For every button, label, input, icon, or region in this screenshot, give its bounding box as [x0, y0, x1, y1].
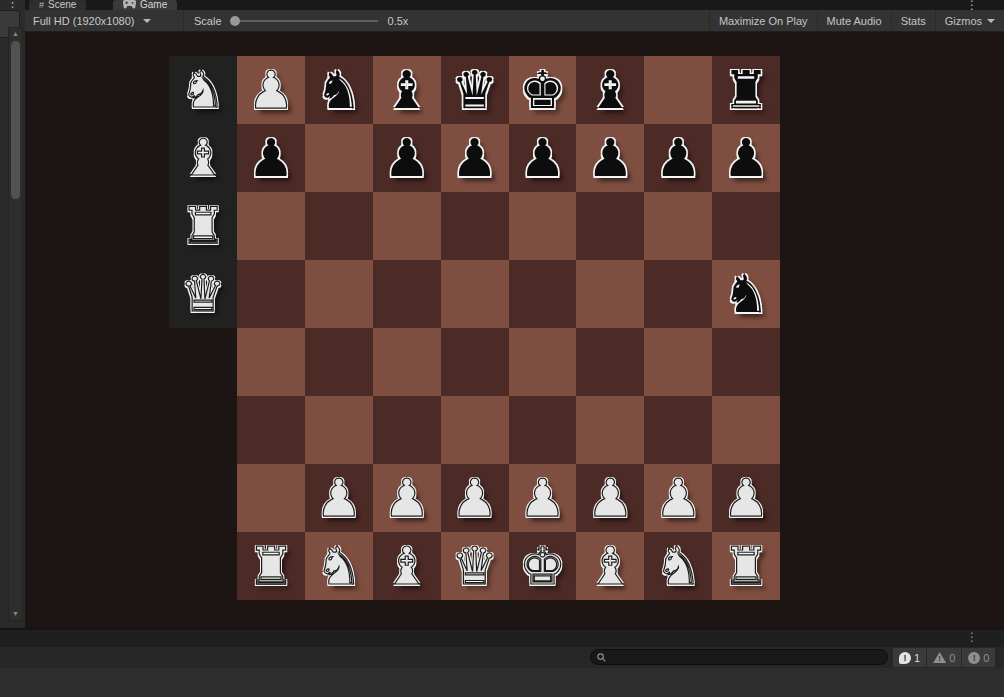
console-search-field[interactable] — [590, 649, 888, 665]
console-panel: ⋮ ! 1 ! 0 ! 0 — [0, 628, 1004, 697]
square-b8[interactable]: ♞ — [305, 56, 373, 124]
piece-white-pawn[interactable]: ♟ — [519, 472, 566, 524]
piece-black-pawn[interactable]: ♟ — [655, 132, 702, 184]
square-e6[interactable] — [509, 192, 577, 260]
square-h2[interactable]: ♟ — [712, 464, 780, 532]
search-input[interactable] — [610, 652, 881, 663]
square-g2[interactable]: ♟ — [644, 464, 712, 532]
square-e8[interactable]: ♚ — [509, 56, 577, 124]
game-view-toolbar: Full HD (1920x1080) Scale 0.5x Maximize … — [25, 10, 1004, 32]
piece-white-knight: ♞ — [181, 65, 226, 115]
square-f8[interactable]: ♝ — [576, 56, 644, 124]
console-search-row: ! 1 ! 0 ! 0 — [0, 647, 1004, 668]
info-icon: ! — [899, 652, 911, 664]
square-d1[interactable]: ♛ — [441, 532, 509, 600]
square-h3[interactable] — [712, 396, 780, 464]
piece-black-bishop[interactable]: ♝ — [587, 64, 634, 116]
square-d3[interactable] — [441, 396, 509, 464]
square-h7[interactable]: ♟ — [712, 124, 780, 192]
square-h8[interactable]: ♜ — [712, 56, 780, 124]
square-g4[interactable] — [644, 328, 712, 396]
info-count-badge[interactable]: ! 1 — [893, 648, 926, 667]
maximize-on-play-label: Maximize On Play — [719, 15, 808, 27]
square-c1[interactable]: ♝ — [373, 532, 441, 600]
toolbar-divider — [183, 10, 184, 31]
piece-white-bishop[interactable]: ♝ — [383, 540, 430, 592]
scroll-down-icon[interactable]: ▼ — [9, 609, 22, 619]
square-h1[interactable]: ♜ — [712, 532, 780, 600]
square-c2[interactable]: ♟ — [373, 464, 441, 532]
game-viewport: ♞♝♜♛ ♟♞♝♛♚♝♜♟♟♟♟♟♟♟♞♟♟♟♟♟♟♟♜♞♝♛♚♝♞♜ — [25, 33, 1004, 625]
square-g6[interactable] — [644, 192, 712, 260]
square-b2[interactable]: ♟ — [305, 464, 373, 532]
square-h4[interactable] — [712, 328, 780, 396]
square-d7[interactable]: ♟ — [441, 124, 509, 192]
square-b4[interactable] — [305, 328, 373, 396]
piece-white-king[interactable]: ♚ — [519, 540, 566, 592]
square-a8[interactable]: ♟ — [237, 56, 305, 124]
square-c4[interactable] — [373, 328, 441, 396]
mute-audio-label: Mute Audio — [827, 15, 882, 27]
scrollbar-thumb[interactable] — [11, 41, 20, 199]
status-bar — [0, 668, 1004, 697]
square-f2[interactable]: ♟ — [576, 464, 644, 532]
square-a4[interactable] — [237, 328, 305, 396]
stats-button[interactable]: Stats — [891, 10, 935, 31]
piece-white-pawn[interactable]: ♟ — [655, 472, 702, 524]
tab-scene-label: Scene — [48, 0, 76, 10]
chevron-down-icon — [143, 19, 151, 23]
search-icon — [597, 648, 606, 666]
aspect-ratio-dropdown[interactable]: Full HD (1920x1080) — [25, 10, 183, 31]
panel-menu-icon[interactable]: ⋮ — [6, 0, 19, 9]
scale-label: Scale — [194, 15, 222, 27]
piece-white-knight[interactable]: ♞ — [655, 540, 702, 592]
left-panel-edge: ⋮ ▲ ▼ — [0, 0, 25, 628]
piece-black-pawn[interactable]: ♟ — [723, 132, 770, 184]
vertical-scrollbar[interactable]: ▲ ▼ — [8, 27, 23, 621]
scale-value: 0.5x — [388, 15, 409, 27]
promotion-option-queen[interactable]: ♛ — [169, 260, 237, 328]
square-a6[interactable] — [237, 192, 305, 260]
game-view-panel: # Scene Game ⋮ Full HD (1920x1080) Scale — [25, 0, 1004, 628]
square-c6[interactable] — [373, 192, 441, 260]
piece-white-pawn[interactable]: ♟ — [316, 472, 363, 524]
stats-label: Stats — [901, 15, 926, 27]
promotion-option-bishop[interactable]: ♝ — [169, 124, 237, 192]
warning-count-badge[interactable]: ! 0 — [927, 648, 961, 667]
square-d4[interactable] — [441, 328, 509, 396]
piece-black-knight[interactable]: ♞ — [723, 268, 770, 320]
console-count-badges: ! 1 ! 0 ! 0 — [893, 648, 995, 667]
tab-game-label: Game — [140, 0, 167, 10]
square-e5[interactable] — [509, 260, 577, 328]
square-f1[interactable]: ♝ — [576, 532, 644, 600]
piece-white-rook[interactable]: ♜ — [723, 540, 770, 592]
piece-white-bishop[interactable]: ♝ — [587, 540, 634, 592]
square-f7[interactable]: ♟ — [576, 124, 644, 192]
square-d8[interactable]: ♛ — [441, 56, 509, 124]
error-count: 0 — [983, 652, 989, 664]
piece-black-rook[interactable]: ♜ — [723, 64, 770, 116]
square-f6[interactable] — [576, 192, 644, 260]
square-f4[interactable] — [576, 328, 644, 396]
promotion-option-rook[interactable]: ♜ — [169, 192, 237, 260]
square-g7[interactable]: ♟ — [644, 124, 712, 192]
square-e4[interactable] — [509, 328, 577, 396]
scale-slider-handle[interactable] — [230, 16, 240, 26]
mute-audio-button[interactable]: Mute Audio — [817, 10, 891, 31]
piece-white-bishop: ♝ — [181, 133, 226, 183]
piece-black-pawn[interactable]: ♟ — [519, 132, 566, 184]
aspect-ratio-value: Full HD (1920x1080) — [33, 15, 135, 27]
scale-slider[interactable] — [230, 16, 378, 26]
square-g5[interactable] — [644, 260, 712, 328]
square-f3[interactable] — [576, 396, 644, 464]
square-e2[interactable]: ♟ — [509, 464, 577, 532]
square-b1[interactable]: ♞ — [305, 532, 373, 600]
maximize-on-play-button[interactable]: Maximize On Play — [709, 10, 817, 31]
square-a5[interactable] — [237, 260, 305, 328]
gizmos-dropdown[interactable]: Gizmos — [935, 10, 1004, 31]
piece-black-pawn[interactable]: ♟ — [587, 132, 634, 184]
square-g3[interactable] — [644, 396, 712, 464]
warning-count: 0 — [949, 652, 955, 664]
piece-black-knight[interactable]: ♞ — [316, 64, 363, 116]
square-e3[interactable] — [509, 396, 577, 464]
piece-white-pawn[interactable]: ♟ — [451, 472, 498, 524]
square-e7[interactable]: ♟ — [509, 124, 577, 192]
square-f5[interactable] — [576, 260, 644, 328]
square-d5[interactable] — [441, 260, 509, 328]
warning-icon: ! — [933, 652, 946, 663]
gamepad-icon — [123, 0, 136, 11]
piece-white-pawn[interactable]: ♟ — [723, 472, 770, 524]
square-d6[interactable] — [441, 192, 509, 260]
piece-white-pawn[interactable]: ♟ — [587, 472, 634, 524]
tab-scene[interactable]: # Scene — [29, 0, 86, 10]
error-icon: ! — [968, 652, 980, 664]
scene-grid-icon: # — [39, 0, 44, 10]
tab-bar: # Scene Game ⋮ — [25, 0, 1004, 10]
square-e1[interactable]: ♚ — [509, 532, 577, 600]
promotion-tray: ♞♝♜♛ — [169, 56, 237, 328]
square-d2[interactable]: ♟ — [441, 464, 509, 532]
piece-black-pawn[interactable]: ♟ — [248, 132, 295, 184]
piece-white-pawn[interactable]: ♟ — [248, 64, 295, 116]
gizmos-label: Gizmos — [945, 15, 982, 27]
square-a2[interactable] — [237, 464, 305, 532]
square-g8[interactable] — [644, 56, 712, 124]
piece-white-rook: ♜ — [181, 201, 226, 251]
piece-black-king[interactable]: ♚ — [519, 64, 566, 116]
unity-editor-window: ⋮ ▲ ▼ # Scene Game ⋮ Full HD (1920x10 — [0, 0, 1004, 697]
square-c5[interactable] — [373, 260, 441, 328]
square-a7[interactable]: ♟ — [237, 124, 305, 192]
square-b5[interactable] — [305, 260, 373, 328]
toolbar-right-group: Maximize On Play Mute Audio Stats Gizmos — [709, 10, 1004, 31]
piece-black-pawn[interactable]: ♟ — [451, 132, 498, 184]
info-count: 1 — [914, 652, 920, 664]
console-menu-icon[interactable]: ⋮ — [966, 631, 978, 643]
square-c3[interactable] — [373, 396, 441, 464]
square-h5[interactable]: ♞ — [712, 260, 780, 328]
square-a3[interactable] — [237, 396, 305, 464]
scale-slider-track[interactable] — [240, 20, 378, 22]
piece-black-queen[interactable]: ♛ — [451, 64, 498, 116]
error-count-badge[interactable]: ! 0 — [962, 648, 995, 667]
piece-white-queen[interactable]: ♛ — [451, 540, 498, 592]
square-b7[interactable] — [305, 124, 373, 192]
piece-white-pawn[interactable]: ♟ — [383, 472, 430, 524]
square-a1[interactable]: ♜ — [237, 532, 305, 600]
piece-white-knight[interactable]: ♞ — [316, 540, 363, 592]
chess-board: ♟♞♝♛♚♝♜♟♟♟♟♟♟♟♞♟♟♟♟♟♟♟♜♞♝♛♚♝♞♜ — [237, 56, 780, 600]
piece-white-queen: ♛ — [181, 269, 226, 319]
square-c7[interactable]: ♟ — [373, 124, 441, 192]
chevron-down-icon — [987, 19, 995, 23]
console-toolbar: ⋮ — [0, 630, 1004, 647]
square-h6[interactable] — [712, 192, 780, 260]
piece-black-bishop[interactable]: ♝ — [383, 64, 430, 116]
tab-game[interactable]: Game — [113, 0, 177, 10]
square-b3[interactable] — [305, 396, 373, 464]
square-b6[interactable] — [305, 192, 373, 260]
scroll-up-icon[interactable]: ▲ — [9, 29, 22, 39]
piece-black-pawn[interactable]: ♟ — [383, 132, 430, 184]
promotion-option-knight[interactable]: ♞ — [169, 56, 237, 124]
square-g1[interactable]: ♞ — [644, 532, 712, 600]
square-c8[interactable]: ♝ — [373, 56, 441, 124]
piece-white-rook[interactable]: ♜ — [248, 540, 295, 592]
